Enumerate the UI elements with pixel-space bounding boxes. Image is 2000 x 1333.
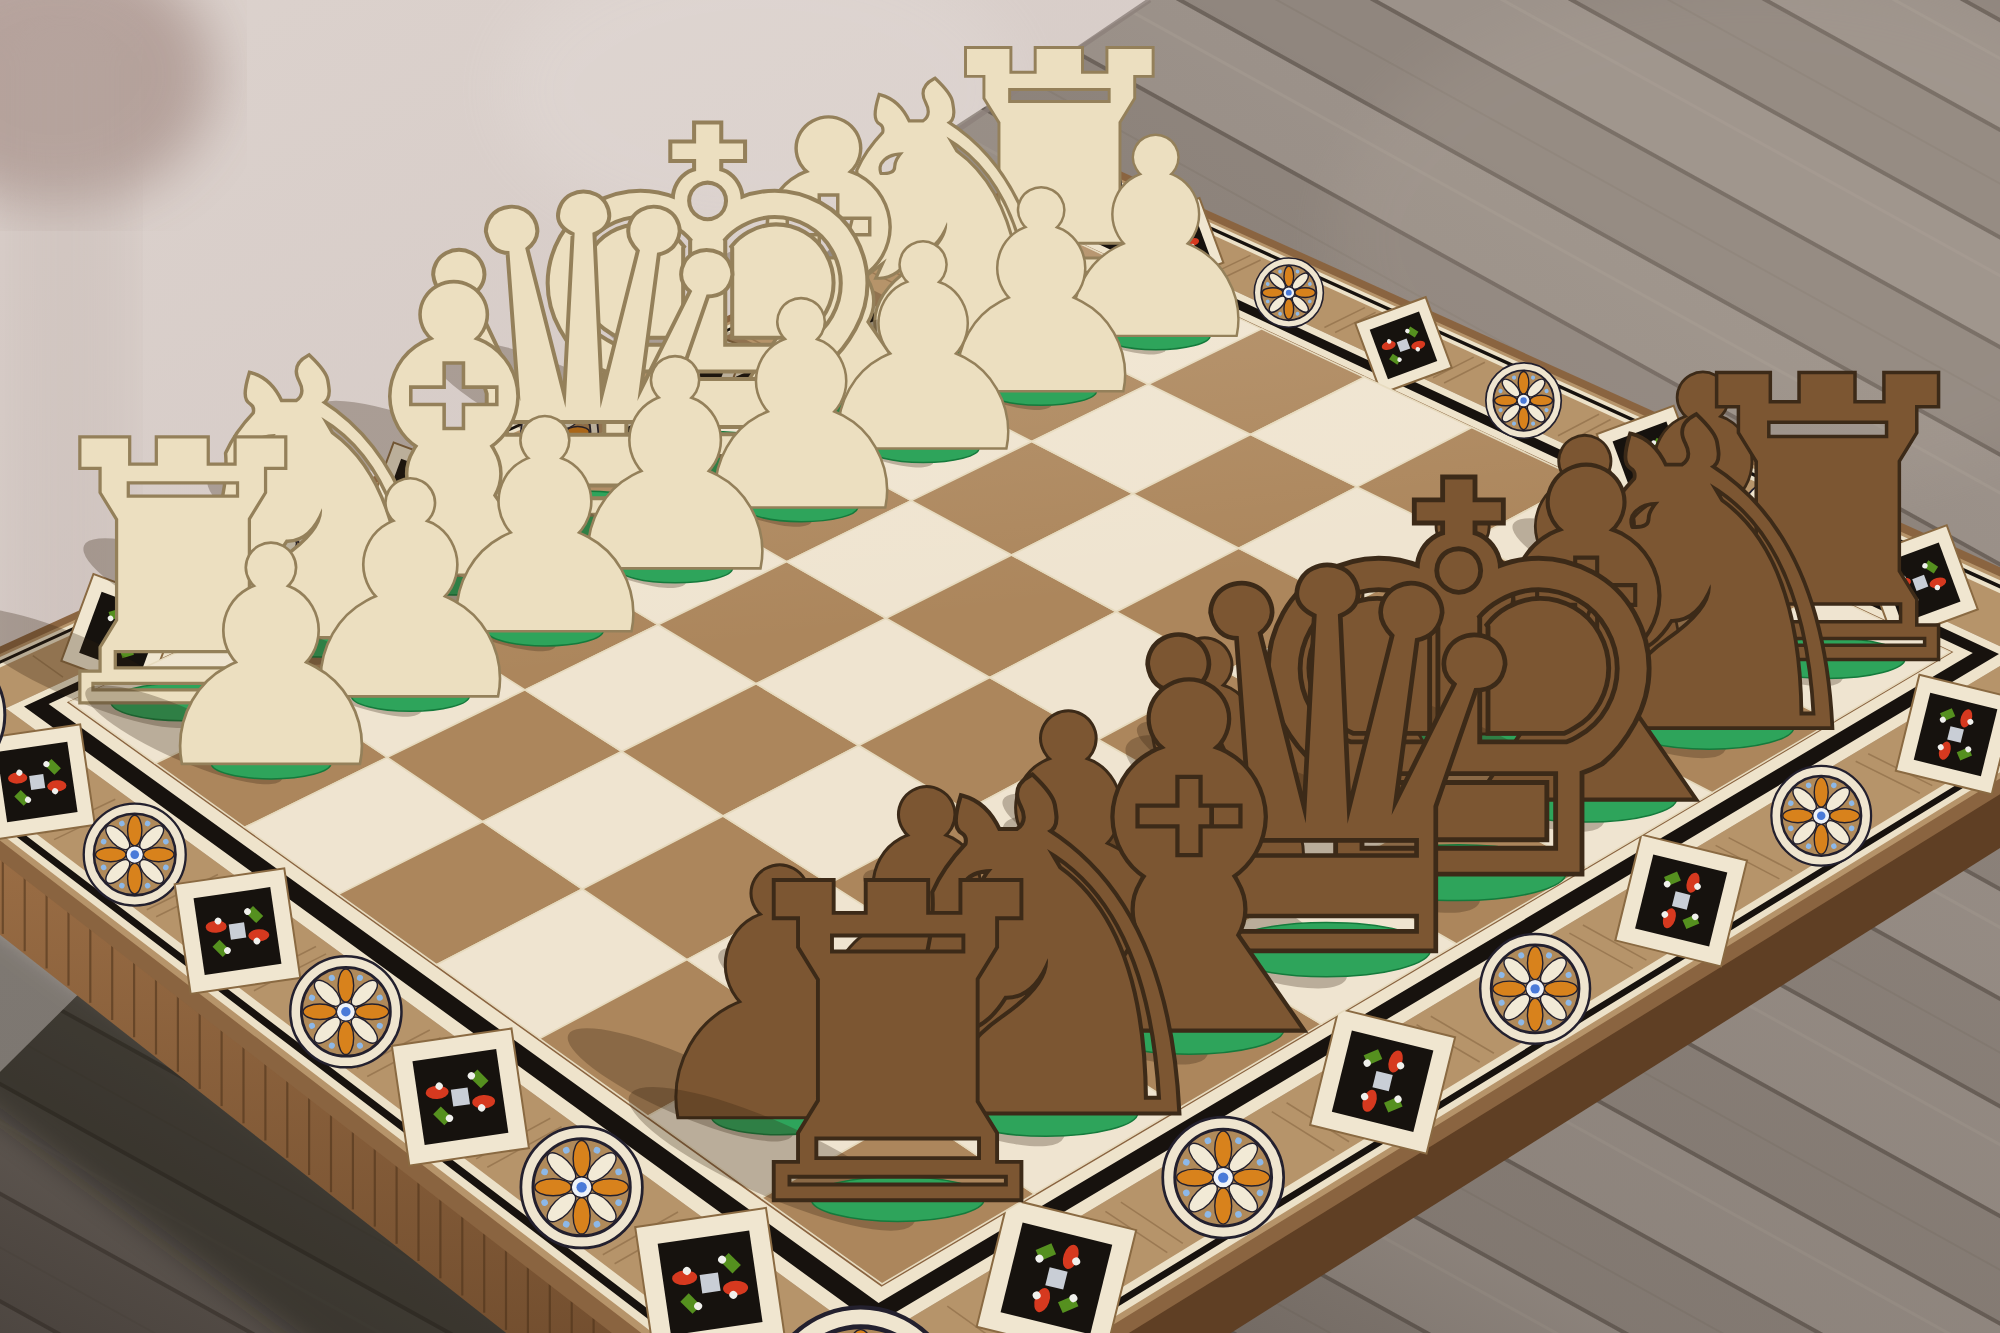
- photo-scene: ♜♟♞♟♝♟♚♟♛♟♝♟♟♞♜♟♟♜♞♟♟♝♟♚♟♛♟♝♟♞♟♜: [0, 0, 2000, 1333]
- svg-text:♜: ♜: [704, 796, 1092, 1300]
- svg-text:♟: ♟: [137, 484, 405, 833]
- chess-set-photo: ♜♟♞♟♝♟♚♟♛♟♝♟♟♞♜♟♟♜♞♟♟♝♟♚♟♛♟♝♟♞♟♜: [0, 0, 2000, 1333]
- rosette-motif: [521, 1127, 642, 1248]
- rosette-motif: [290, 956, 401, 1067]
